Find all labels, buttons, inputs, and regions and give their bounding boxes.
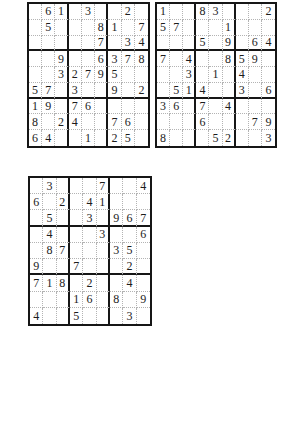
p3-cell-r9c1[interactable]: 4 [30, 308, 43, 324]
p1-cell-r3c4[interactable] [69, 36, 82, 52]
p1-cell-r6c3[interactable] [55, 83, 68, 99]
p1-cell-r9c2[interactable]: 4 [42, 130, 55, 146]
p2-cell-r7c7[interactable] [236, 99, 249, 115]
p2-cell-r7c4[interactable]: 7 [196, 99, 209, 115]
p1-cell-r1c5[interactable]: 3 [82, 4, 95, 20]
p1-cell-r4c9[interactable]: 8 [135, 51, 148, 67]
p3-cell-r2c5[interactable]: 4 [83, 194, 96, 210]
p2-cell-r9c5[interactable]: 5 [209, 130, 222, 146]
p2-cell-r5c3[interactable]: 3 [183, 67, 196, 83]
p1-cell-r4c6[interactable]: 6 [95, 51, 108, 67]
p3-cell-r6c7[interactable] [110, 259, 123, 275]
p1-cell-r7c5[interactable]: 6 [82, 99, 95, 115]
p1-cell-r8c5[interactable] [82, 114, 95, 130]
p2-cell-r2c6[interactable]: 1 [223, 20, 236, 36]
p2-cell-r5c2[interactable] [170, 67, 183, 83]
p1-cell-r9c4[interactable] [69, 130, 82, 146]
p1-cell-r2c6[interactable]: 8 [95, 20, 108, 36]
p1-cell-r5c9[interactable] [135, 67, 148, 83]
p1-cell-r9c1[interactable]: 6 [29, 130, 42, 146]
p2-cell-r9c6[interactable]: 2 [223, 130, 236, 146]
p2-cell-r8c3[interactable] [183, 114, 196, 130]
p1-cell-r7c7[interactable] [108, 99, 121, 115]
p1-cell-r5c5[interactable]: 7 [82, 67, 95, 83]
p2-cell-r8c9[interactable]: 9 [262, 114, 275, 130]
p3-cell-r2c6[interactable]: 1 [97, 194, 110, 210]
p1-cell-r5c7[interactable]: 5 [108, 67, 121, 83]
p1-cell-r1c1[interactable] [29, 4, 42, 20]
p2-cell-r5c7[interactable]: 4 [236, 67, 249, 83]
p1-cell-r6c9[interactable]: 2 [135, 83, 148, 99]
p1-cell-r7c6[interactable] [95, 99, 108, 115]
p2-cell-r8c6[interactable] [223, 114, 236, 130]
p2-cell-r8c5[interactable] [209, 114, 222, 130]
p3-cell-r2c4[interactable] [70, 194, 83, 210]
p1-cell-r8c1[interactable]: 8 [29, 114, 42, 130]
p3-cell-r9c8[interactable]: 3 [123, 308, 136, 324]
p2-cell-r3c7[interactable] [236, 36, 249, 52]
p3-cell-r8c3[interactable] [57, 292, 70, 308]
p3-cell-r9c4[interactable]: 5 [70, 308, 83, 324]
p3-cell-r5c7[interactable]: 3 [110, 243, 123, 259]
p3-cell-r7c9[interactable] [137, 275, 150, 291]
p3-cell-r3c8[interactable]: 6 [123, 210, 136, 226]
p3-cell-r7c4[interactable] [70, 275, 83, 291]
p2-cell-r7c8[interactable] [249, 99, 262, 115]
p3-cell-r7c8[interactable]: 4 [123, 275, 136, 291]
p2-cell-r6c3[interactable]: 1 [183, 83, 196, 99]
p3-cell-r5c3[interactable]: 7 [57, 243, 70, 259]
p2-cell-r1c3[interactable] [183, 4, 196, 20]
p3-cell-r4c2[interactable]: 4 [43, 227, 56, 243]
p1-cell-r8c8[interactable]: 6 [122, 114, 135, 130]
p3-cell-r4c5[interactable] [83, 227, 96, 243]
p3-cell-r4c6[interactable]: 3 [97, 227, 110, 243]
p2-cell-r3c1[interactable] [157, 36, 170, 52]
p2-cell-r5c6[interactable] [223, 67, 236, 83]
p1-cell-r3c8[interactable]: 3 [122, 36, 135, 52]
p3-cell-r9c7[interactable] [110, 308, 123, 324]
p3-cell-r1c7[interactable] [110, 178, 123, 194]
p3-cell-r3c2[interactable]: 5 [43, 210, 56, 226]
p2-cell-r5c8[interactable] [249, 67, 262, 83]
p3-cell-r1c9[interactable]: 4 [137, 178, 150, 194]
p1-cell-r3c3[interactable] [55, 36, 68, 52]
p1-cell-r6c7[interactable]: 9 [108, 83, 121, 99]
p3-cell-r8c4[interactable]: 1 [70, 292, 83, 308]
p1-cell-r5c3[interactable]: 3 [55, 67, 68, 83]
p3-cell-r2c9[interactable] [137, 194, 150, 210]
p2-cell-r3c9[interactable]: 4 [262, 36, 275, 52]
p1-cell-r3c5[interactable] [82, 36, 95, 52]
p2-cell-r8c2[interactable] [170, 114, 183, 130]
p2-cell-r3c2[interactable] [170, 36, 183, 52]
p1-cell-r4c2[interactable] [42, 51, 55, 67]
p1-cell-r5c4[interactable]: 2 [69, 67, 82, 83]
p1-cell-r6c8[interactable] [122, 83, 135, 99]
p2-cell-r7c9[interactable] [262, 99, 275, 115]
p3-cell-r7c6[interactable] [97, 275, 110, 291]
p2-cell-r6c7[interactable]: 3 [236, 83, 249, 99]
p2-cell-r2c8[interactable] [249, 20, 262, 36]
p2-cell-r6c6[interactable] [223, 83, 236, 99]
p1-cell-r5c1[interactable] [29, 67, 42, 83]
p2-cell-r1c4[interactable]: 8 [196, 4, 209, 20]
p2-cell-r1c7[interactable] [236, 4, 249, 20]
p3-cell-r6c9[interactable] [137, 259, 150, 275]
p1-cell-r5c6[interactable]: 9 [95, 67, 108, 83]
p1-cell-r1c2[interactable]: 6 [42, 4, 55, 20]
p1-cell-r3c1[interactable] [29, 36, 42, 52]
p2-cell-r6c1[interactable] [157, 83, 170, 99]
p3-cell-r2c2[interactable] [43, 194, 56, 210]
p3-cell-r9c9[interactable] [137, 308, 150, 324]
p1-cell-r6c1[interactable]: 5 [29, 83, 42, 99]
p2-cell-r2c3[interactable] [183, 20, 196, 36]
p2-cell-r8c1[interactable] [157, 114, 170, 130]
p3-cell-r5c9[interactable] [137, 243, 150, 259]
p1-cell-r2c3[interactable] [55, 20, 68, 36]
p3-cell-r2c1[interactable]: 6 [30, 194, 43, 210]
p3-cell-r2c7[interactable] [110, 194, 123, 210]
p2-cell-r4c6[interactable]: 8 [223, 51, 236, 67]
p1-cell-r3c6[interactable]: 7 [95, 36, 108, 52]
p3-cell-r3c9[interactable]: 7 [137, 210, 150, 226]
p3-cell-r7c3[interactable]: 8 [57, 275, 70, 291]
p2-cell-r5c9[interactable] [262, 67, 275, 83]
p3-cell-r3c1[interactable] [30, 210, 43, 226]
p3-cell-r1c3[interactable] [57, 178, 70, 194]
p3-cell-r5c1[interactable] [30, 243, 43, 259]
p2-cell-r1c8[interactable] [249, 4, 262, 20]
p1-cell-r1c8[interactable]: 2 [122, 4, 135, 20]
p1-cell-r6c2[interactable]: 7 [42, 83, 55, 99]
p1-cell-r3c9[interactable]: 4 [135, 36, 148, 52]
p2-cell-r2c7[interactable] [236, 20, 249, 36]
p1-cell-r2c7[interactable]: 1 [108, 20, 121, 36]
p3-cell-r1c4[interactable] [70, 178, 83, 194]
p1-cell-r4c8[interactable]: 7 [122, 51, 135, 67]
p1-cell-r7c1[interactable]: 1 [29, 99, 42, 115]
p3-cell-r6c3[interactable] [57, 259, 70, 275]
p3-cell-r8c6[interactable] [97, 292, 110, 308]
p2-cell-r9c2[interactable] [170, 130, 183, 146]
sudoku-board-1: 6132581773496378327955739219768247664125 [27, 2, 150, 148]
p3-cell-r1c1[interactable] [30, 178, 43, 194]
p1-cell-r9c9[interactable] [135, 130, 148, 146]
p3-cell-r4c4[interactable] [70, 227, 83, 243]
p2-cell-r9c9[interactable]: 3 [262, 130, 275, 146]
sudoku-board-2: 18325715964748593145143636746798523 [155, 2, 277, 148]
p1-cell-r4c5[interactable] [82, 51, 95, 67]
p3-cell-r6c6[interactable] [97, 259, 110, 275]
p2-cell-r7c2[interactable]: 6 [170, 99, 183, 115]
p2-cell-r2c1[interactable]: 5 [157, 20, 170, 36]
p3-cell-r8c7[interactable]: 8 [110, 292, 123, 308]
p1-cell-r3c2[interactable] [42, 36, 55, 52]
p1-cell-r5c8[interactable] [122, 67, 135, 83]
p2-cell-r6c5[interactable] [209, 83, 222, 99]
p1-cell-r5c2[interactable] [42, 67, 55, 83]
p3-cell-r9c6[interactable] [97, 308, 110, 324]
p2-cell-r7c1[interactable]: 3 [157, 99, 170, 115]
p3-cell-r6c5[interactable] [83, 259, 96, 275]
p1-cell-r8c2[interactable] [42, 114, 55, 130]
p1-cell-r9c8[interactable]: 5 [122, 130, 135, 146]
p1-cell-r1c4[interactable] [69, 4, 82, 20]
p3-cell-r2c3[interactable]: 2 [57, 194, 70, 210]
p2-cell-r6c2[interactable]: 5 [170, 83, 183, 99]
p3-cell-r1c2[interactable]: 3 [43, 178, 56, 194]
p3-cell-r9c3[interactable] [57, 308, 70, 324]
p1-cell-r4c7[interactable]: 3 [108, 51, 121, 67]
p3-cell-r6c2[interactable] [43, 259, 56, 275]
p2-cell-r2c2[interactable]: 7 [170, 20, 183, 36]
p1-cell-r1c3[interactable]: 1 [55, 4, 68, 20]
p1-cell-r7c8[interactable] [122, 99, 135, 115]
p3-cell-r6c1[interactable]: 9 [30, 259, 43, 275]
p3-cell-r4c1[interactable] [30, 227, 43, 243]
p3-cell-r5c2[interactable]: 8 [43, 243, 56, 259]
p3-cell-r7c2[interactable]: 1 [43, 275, 56, 291]
p3-cell-r8c8[interactable] [123, 292, 136, 308]
p1-cell-r2c8[interactable] [122, 20, 135, 36]
p2-cell-r4c4[interactable] [196, 51, 209, 67]
p3-cell-r5c5[interactable] [83, 243, 96, 259]
p1-cell-r2c9[interactable]: 7 [135, 20, 148, 36]
p3-cell-r8c2[interactable] [43, 292, 56, 308]
p2-cell-r4c9[interactable] [262, 51, 275, 67]
p1-cell-r4c4[interactable] [69, 51, 82, 67]
p2-cell-r8c4[interactable]: 6 [196, 114, 209, 130]
p2-cell-r1c9[interactable]: 2 [262, 4, 275, 20]
p2-cell-r5c4[interactable] [196, 67, 209, 83]
p3-cell-r3c7[interactable]: 9 [110, 210, 123, 226]
p1-cell-r8c6[interactable] [95, 114, 108, 130]
p2-cell-r3c3[interactable] [183, 36, 196, 52]
p2-cell-r5c1[interactable] [157, 67, 170, 83]
p2-cell-r5c5[interactable]: 1 [209, 67, 222, 83]
p2-cell-r8c7[interactable] [236, 114, 249, 130]
p3-cell-r3c4[interactable] [70, 210, 83, 226]
p2-cell-r6c4[interactable]: 4 [196, 83, 209, 99]
p2-cell-r9c1[interactable]: 8 [157, 130, 170, 146]
p3-cell-r7c5[interactable]: 2 [83, 275, 96, 291]
p2-cell-r4c2[interactable] [170, 51, 183, 67]
p2-cell-r3c6[interactable]: 9 [223, 36, 236, 52]
p1-cell-r6c4[interactable]: 3 [69, 83, 82, 99]
p2-cell-r1c5[interactable]: 3 [209, 4, 222, 20]
p1-cell-r9c7[interactable]: 2 [108, 130, 121, 146]
p1-cell-r7c3[interactable] [55, 99, 68, 115]
p1-cell-r4c1[interactable] [29, 51, 42, 67]
p1-cell-r1c6[interactable] [95, 4, 108, 20]
p1-cell-r2c2[interactable]: 5 [42, 20, 55, 36]
p2-cell-r4c3[interactable]: 4 [183, 51, 196, 67]
p1-cell-r7c2[interactable]: 9 [42, 99, 55, 115]
p3-cell-r3c5[interactable]: 3 [83, 210, 96, 226]
p3-cell-r5c4[interactable] [70, 243, 83, 259]
p1-cell-r7c9[interactable] [135, 99, 148, 115]
p2-cell-r1c2[interactable] [170, 4, 183, 20]
p1-cell-r6c5[interactable] [82, 83, 95, 99]
p2-cell-r3c4[interactable]: 5 [196, 36, 209, 52]
p2-cell-r4c1[interactable]: 7 [157, 51, 170, 67]
p3-cell-r6c8[interactable]: 2 [123, 259, 136, 275]
p2-cell-r4c8[interactable]: 9 [249, 51, 262, 67]
p2-cell-r8c8[interactable]: 7 [249, 114, 262, 130]
p3-cell-r5c6[interactable] [97, 243, 110, 259]
p1-cell-r2c5[interactable] [82, 20, 95, 36]
p1-cell-r2c1[interactable] [29, 20, 42, 36]
p2-cell-r3c5[interactable] [209, 36, 222, 52]
p2-cell-r6c8[interactable] [249, 83, 262, 99]
p2-cell-r2c9[interactable] [262, 20, 275, 36]
sudoku-worksheet-page: 6132581773496378327955739219768247664125… [0, 0, 300, 424]
p1-cell-r8c9[interactable] [135, 114, 148, 130]
p1-cell-r3c7[interactable] [108, 36, 121, 52]
p3-cell-r1c6[interactable]: 7 [97, 178, 110, 194]
p1-cell-r4c3[interactable]: 9 [55, 51, 68, 67]
p2-cell-r9c4[interactable] [196, 130, 209, 146]
p3-cell-r2c8[interactable] [123, 194, 136, 210]
p3-cell-r1c5[interactable] [83, 178, 96, 194]
sudoku-board-3: 3746241539674368735972718241689453 [28, 176, 152, 326]
p2-cell-r2c5[interactable] [209, 20, 222, 36]
p1-cell-r6c6[interactable] [95, 83, 108, 99]
p1-cell-r8c4[interactable]: 4 [69, 114, 82, 130]
p3-cell-r4c3[interactable] [57, 227, 70, 243]
p1-cell-r9c3[interactable] [55, 130, 68, 146]
p1-cell-r7c4[interactable]: 7 [69, 99, 82, 115]
p3-cell-r3c6[interactable] [97, 210, 110, 226]
p2-cell-r4c7[interactable]: 5 [236, 51, 249, 67]
p3-cell-r4c8[interactable] [123, 227, 136, 243]
p1-cell-r1c7[interactable] [108, 4, 121, 20]
p2-cell-r2c4[interactable] [196, 20, 209, 36]
p2-cell-r7c5[interactable] [209, 99, 222, 115]
p3-cell-r4c9[interactable]: 6 [137, 227, 150, 243]
p2-cell-r7c3[interactable] [183, 99, 196, 115]
p3-cell-r6c4[interactable]: 7 [70, 259, 83, 275]
p3-cell-r7c7[interactable] [110, 275, 123, 291]
p2-cell-r1c6[interactable] [223, 4, 236, 20]
p3-cell-r9c2[interactable] [43, 308, 56, 324]
p2-cell-r1c1[interactable]: 1 [157, 4, 170, 20]
p3-cell-r7c1[interactable]: 7 [30, 275, 43, 291]
p3-cell-r3c3[interactable] [57, 210, 70, 226]
p2-cell-r6c9[interactable]: 6 [262, 83, 275, 99]
p3-cell-r8c9[interactable]: 9 [137, 292, 150, 308]
p3-cell-r1c8[interactable] [123, 178, 136, 194]
p1-cell-r2c4[interactable] [69, 20, 82, 36]
p2-cell-r7c6[interactable]: 4 [223, 99, 236, 115]
p3-cell-r9c5[interactable] [83, 308, 96, 324]
p3-cell-r4c7[interactable] [110, 227, 123, 243]
p1-cell-r9c6[interactable] [95, 130, 108, 146]
p2-cell-r9c8[interactable] [249, 130, 262, 146]
p1-cell-r8c7[interactable]: 7 [108, 114, 121, 130]
p2-cell-r9c7[interactable] [236, 130, 249, 146]
p2-cell-r3c8[interactable]: 6 [249, 36, 262, 52]
p1-cell-r8c3[interactable]: 2 [55, 114, 68, 130]
p3-cell-r8c5[interactable]: 6 [83, 292, 96, 308]
p1-cell-r1c9[interactable] [135, 4, 148, 20]
p3-cell-r8c1[interactable] [30, 292, 43, 308]
p1-cell-r9c5[interactable]: 1 [82, 130, 95, 146]
p2-cell-r4c5[interactable] [209, 51, 222, 67]
p3-cell-r5c8[interactable]: 5 [123, 243, 136, 259]
p2-cell-r9c3[interactable] [183, 130, 196, 146]
